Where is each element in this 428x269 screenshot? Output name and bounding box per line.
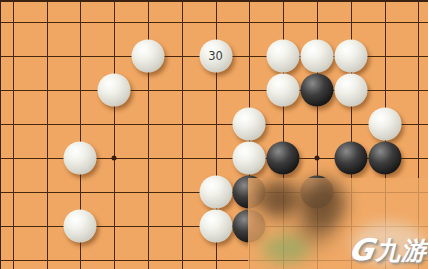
go-board: 30 G 九游 [0, 0, 428, 269]
grid-line-vertical [47, 2, 48, 269]
blur-overlay: G 九游 [248, 178, 428, 269]
white-stone-c6r6 [199, 210, 232, 243]
black-stone-c11r4 [368, 142, 401, 175]
white-stone-c2r6 [64, 210, 97, 243]
grid-line-horizontal [1, 124, 428, 125]
white-stone-c8r2 [267, 74, 300, 107]
watermark-text: 九游 [375, 238, 427, 263]
watermark: G 九游 [349, 235, 427, 265]
white-stone-c10r1 [334, 40, 367, 73]
black-stone-c9r2 [300, 74, 333, 107]
star-point [112, 156, 117, 161]
grid-line-vertical [13, 2, 14, 269]
white-stone-c6r5 [199, 176, 232, 209]
grid-line-vertical [182, 2, 183, 269]
white-stone-c7r4 [233, 142, 266, 175]
black-stone-c10r4 [334, 142, 367, 175]
white-stone-c2r4 [64, 142, 97, 175]
white-stone-c3r2 [98, 74, 131, 107]
9game-logo-icon: G [347, 235, 377, 265]
star-point [314, 156, 319, 161]
move-number-label: 30 [208, 50, 223, 62]
grid-line-vertical [114, 2, 115, 269]
grid-line-horizontal [1, 22, 428, 23]
white-stone-c11r3 [368, 108, 401, 141]
white-stone-c10r2 [334, 74, 367, 107]
white-stone-c9r1 [300, 40, 333, 73]
white-stone-c7r3 [233, 108, 266, 141]
white-stone-c4r1 [131, 40, 164, 73]
white-stone-c8r1 [267, 40, 300, 73]
white-stone-move-30: 30 [199, 40, 232, 73]
black-stone-c8r4 [267, 142, 300, 175]
blurred-green-blob [262, 234, 310, 264]
blurred-stone-blob [258, 180, 300, 218]
